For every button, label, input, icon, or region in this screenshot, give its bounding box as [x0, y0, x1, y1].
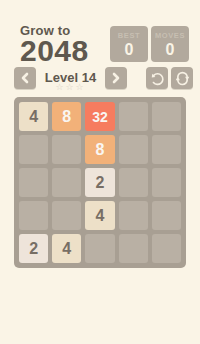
- tile-2: 2: [19, 234, 48, 263]
- chevron-left-icon: [19, 72, 31, 84]
- empty-cell: [19, 168, 48, 197]
- tile-8: 8: [52, 102, 81, 131]
- best-score-label: BEST: [110, 26, 148, 40]
- chevron-right-icon: [110, 72, 122, 84]
- empty-cell: [119, 168, 148, 197]
- best-score-value: 0: [110, 41, 148, 59]
- game-screen: Grow to 2048 BEST 0 MOVES 0 Level 14 ☆☆☆: [0, 0, 200, 344]
- tile-8: 8: [85, 135, 114, 164]
- empty-cell: [52, 168, 81, 197]
- previous-level-button[interactable]: [14, 67, 36, 89]
- empty-cell: [52, 201, 81, 230]
- restart-button[interactable]: [171, 67, 193, 89]
- restart-icon: [175, 71, 190, 86]
- empty-cell: [119, 102, 148, 131]
- best-score-box: BEST 0: [110, 26, 148, 62]
- game-title-line2: 2048: [20, 38, 89, 64]
- undo-icon: [150, 71, 165, 86]
- game-title: Grow to 2048: [20, 23, 89, 64]
- empty-cell: [52, 135, 81, 164]
- next-level-button[interactable]: [105, 67, 127, 89]
- empty-cell: [152, 135, 181, 164]
- tile-2: 2: [85, 168, 114, 197]
- undo-button[interactable]: [146, 67, 168, 89]
- empty-cell: [19, 201, 48, 230]
- tile-4: 4: [85, 201, 114, 230]
- moves-score-label: MOVES: [151, 26, 189, 40]
- empty-cell: [119, 234, 148, 263]
- empty-cell: [119, 201, 148, 230]
- level-stars: ☆☆☆: [36, 82, 105, 92]
- empty-cell: [152, 102, 181, 131]
- empty-cell: [152, 168, 181, 197]
- empty-cell: [119, 135, 148, 164]
- empty-cell: [152, 234, 181, 263]
- board[interactable]: 483282424: [14, 97, 186, 268]
- empty-cell: [19, 135, 48, 164]
- empty-cell: [152, 201, 181, 230]
- tile-32: 32: [85, 102, 114, 131]
- tile-4: 4: [52, 234, 81, 263]
- tile-4: 4: [19, 102, 48, 131]
- empty-cell: [85, 234, 114, 263]
- moves-score-value: 0: [151, 41, 189, 59]
- moves-score-box: MOVES 0: [151, 26, 189, 62]
